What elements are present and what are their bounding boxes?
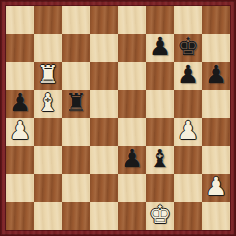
black-rook-c5[interactable]: ♜	[65, 89, 87, 117]
black-pawn-e3[interactable]: ♟	[121, 145, 143, 173]
chess-board: ♟♚♜♟♟♟♝♜♟♟♟♝♟♚	[6, 6, 230, 230]
white-pawn-a4[interactable]: ♟	[9, 117, 31, 145]
square-a1[interactable]	[6, 202, 34, 230]
square-h2[interactable]: ♟	[202, 174, 230, 202]
square-b6[interactable]: ♜	[34, 62, 62, 90]
black-pawn-f7[interactable]: ♟	[149, 33, 171, 61]
square-h7[interactable]	[202, 34, 230, 62]
white-pawn-h2[interactable]: ♟	[205, 173, 227, 201]
square-c6[interactable]	[62, 62, 90, 90]
square-a2[interactable]	[6, 174, 34, 202]
square-g3[interactable]	[174, 146, 202, 174]
square-e2[interactable]	[118, 174, 146, 202]
square-h1[interactable]	[202, 202, 230, 230]
square-e3[interactable]: ♟	[118, 146, 146, 174]
white-rook-b6[interactable]: ♜	[37, 61, 59, 89]
square-e7[interactable]	[118, 34, 146, 62]
square-g6[interactable]: ♟	[174, 62, 202, 90]
square-b5[interactable]: ♝	[34, 90, 62, 118]
square-b4[interactable]	[34, 118, 62, 146]
square-b2[interactable]	[34, 174, 62, 202]
square-c4[interactable]	[62, 118, 90, 146]
square-g5[interactable]	[174, 90, 202, 118]
square-c5[interactable]: ♜	[62, 90, 90, 118]
square-d1[interactable]	[90, 202, 118, 230]
square-a3[interactable]	[6, 146, 34, 174]
square-d5[interactable]	[90, 90, 118, 118]
square-g7[interactable]: ♚	[174, 34, 202, 62]
square-a5[interactable]: ♟	[6, 90, 34, 118]
square-e1[interactable]	[118, 202, 146, 230]
square-g1[interactable]	[174, 202, 202, 230]
square-g2[interactable]	[174, 174, 202, 202]
square-c2[interactable]	[62, 174, 90, 202]
square-f2[interactable]	[146, 174, 174, 202]
black-king-g7[interactable]: ♚	[177, 33, 199, 61]
square-e5[interactable]	[118, 90, 146, 118]
square-b1[interactable]	[34, 202, 62, 230]
square-d2[interactable]	[90, 174, 118, 202]
square-f4[interactable]	[146, 118, 174, 146]
square-f1[interactable]: ♚	[146, 202, 174, 230]
square-e8[interactable]	[118, 6, 146, 34]
square-b7[interactable]	[34, 34, 62, 62]
white-bishop-b5[interactable]: ♝	[37, 89, 59, 117]
square-h4[interactable]	[202, 118, 230, 146]
square-a8[interactable]	[6, 6, 34, 34]
black-bishop-f3[interactable]: ♝	[149, 145, 171, 173]
square-e4[interactable]	[118, 118, 146, 146]
board-frame: ♟♚♜♟♟♟♝♜♟♟♟♝♟♚	[0, 0, 236, 236]
white-pawn-g4[interactable]: ♟	[177, 117, 199, 145]
square-f3[interactable]: ♝	[146, 146, 174, 174]
square-c3[interactable]	[62, 146, 90, 174]
square-h3[interactable]	[202, 146, 230, 174]
black-pawn-h6[interactable]: ♟	[205, 61, 227, 89]
square-h5[interactable]	[202, 90, 230, 118]
square-e6[interactable]	[118, 62, 146, 90]
square-h8[interactable]	[202, 6, 230, 34]
black-pawn-a5[interactable]: ♟	[9, 89, 31, 117]
square-d4[interactable]	[90, 118, 118, 146]
square-h6[interactable]: ♟	[202, 62, 230, 90]
square-a6[interactable]	[6, 62, 34, 90]
square-c7[interactable]	[62, 34, 90, 62]
square-b8[interactable]	[34, 6, 62, 34]
square-d7[interactable]	[90, 34, 118, 62]
white-king-f1[interactable]: ♚	[149, 201, 171, 229]
square-g4[interactable]: ♟	[174, 118, 202, 146]
square-d3[interactable]	[90, 146, 118, 174]
square-a4[interactable]: ♟	[6, 118, 34, 146]
square-b3[interactable]	[34, 146, 62, 174]
square-g8[interactable]	[174, 6, 202, 34]
square-c1[interactable]	[62, 202, 90, 230]
square-f5[interactable]	[146, 90, 174, 118]
square-f6[interactable]	[146, 62, 174, 90]
square-f8[interactable]	[146, 6, 174, 34]
square-d6[interactable]	[90, 62, 118, 90]
square-d8[interactable]	[90, 6, 118, 34]
square-f7[interactable]: ♟	[146, 34, 174, 62]
square-a7[interactable]	[6, 34, 34, 62]
square-c8[interactable]	[62, 6, 90, 34]
black-pawn-g6[interactable]: ♟	[177, 61, 199, 89]
